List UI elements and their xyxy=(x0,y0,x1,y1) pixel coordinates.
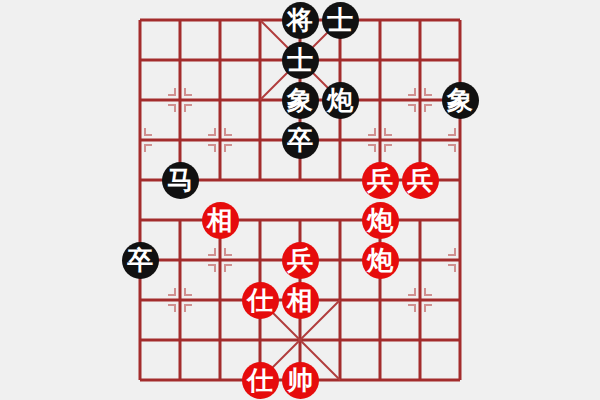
board-point[interactable]: 相 xyxy=(280,280,320,320)
board-point[interactable] xyxy=(400,40,440,80)
black-soldier[interactable]: 卒 xyxy=(122,242,159,279)
board-point[interactable]: 卒 xyxy=(280,120,320,160)
board-point[interactable] xyxy=(120,120,160,160)
board-point[interactable] xyxy=(200,240,240,280)
black-general[interactable]: 将 xyxy=(282,2,319,39)
red-general[interactable]: 帅 xyxy=(282,362,319,399)
board-point[interactable] xyxy=(400,360,440,400)
board-point[interactable]: 相 xyxy=(200,200,240,240)
board-point[interactable] xyxy=(160,40,200,80)
board-point[interactable]: 仕 xyxy=(240,280,280,320)
board-point[interactable] xyxy=(240,160,280,200)
red-advisor[interactable]: 仕 xyxy=(242,282,279,319)
board-point[interactable] xyxy=(240,320,280,360)
board-point[interactable] xyxy=(200,360,240,400)
board-point[interactable] xyxy=(360,280,400,320)
board-point[interactable] xyxy=(400,80,440,120)
board-point[interactable]: 士 xyxy=(280,40,320,80)
board-point[interactable] xyxy=(120,80,160,120)
board-point[interactable] xyxy=(240,200,280,240)
red-soldier[interactable]: 兵 xyxy=(402,162,439,199)
board-point[interactable] xyxy=(160,120,200,160)
board-point[interactable] xyxy=(240,80,280,120)
red-soldier[interactable]: 兵 xyxy=(362,162,399,199)
board-point[interactable] xyxy=(440,280,480,320)
board-point[interactable] xyxy=(120,200,160,240)
board-point[interactable] xyxy=(320,280,360,320)
board-point[interactable] xyxy=(440,120,480,160)
board-point[interactable] xyxy=(240,120,280,160)
board-point[interactable] xyxy=(440,240,480,280)
board-point[interactable] xyxy=(160,200,200,240)
board-point[interactable] xyxy=(360,80,400,120)
board-point[interactable]: 马 xyxy=(160,160,200,200)
board-point[interactable] xyxy=(400,280,440,320)
board-point[interactable] xyxy=(440,200,480,240)
board-point[interactable] xyxy=(400,320,440,360)
board-point[interactable] xyxy=(160,280,200,320)
xiangqi-app: 将士士象炮象卒马兵兵相炮卒兵炮仕相仕帅 xyxy=(0,0,600,400)
red-elephant[interactable]: 相 xyxy=(202,202,239,239)
board-point[interactable] xyxy=(280,200,320,240)
board-point[interactable] xyxy=(200,40,240,80)
red-soldier[interactable]: 兵 xyxy=(282,242,319,279)
board-point[interactable]: 炮 xyxy=(320,80,360,120)
board-point[interactable]: 帅 xyxy=(280,360,320,400)
board-point[interactable] xyxy=(320,360,360,400)
black-elephant[interactable]: 象 xyxy=(282,82,319,119)
board-point[interactable] xyxy=(440,0,480,40)
board-point[interactable] xyxy=(200,80,240,120)
board-point[interactable] xyxy=(160,240,200,280)
board-point[interactable] xyxy=(200,320,240,360)
board-point[interactable] xyxy=(120,0,160,40)
board-point[interactable] xyxy=(360,120,400,160)
red-elephant[interactable]: 相 xyxy=(282,282,319,319)
board-point[interactable] xyxy=(320,200,360,240)
board-point[interactable]: 炮 xyxy=(360,240,400,280)
black-advisor[interactable]: 士 xyxy=(322,2,359,39)
board-point[interactable] xyxy=(360,0,400,40)
black-horse[interactable]: 马 xyxy=(162,162,199,199)
board-point[interactable] xyxy=(400,240,440,280)
board-point[interactable] xyxy=(120,40,160,80)
board-point[interactable] xyxy=(400,200,440,240)
board-point[interactable]: 兵 xyxy=(360,160,400,200)
red-advisor[interactable]: 仕 xyxy=(242,362,279,399)
board-point[interactable]: 将 xyxy=(280,0,320,40)
board-point[interactable]: 士 xyxy=(320,0,360,40)
board-point[interactable] xyxy=(440,360,480,400)
board-point[interactable]: 兵 xyxy=(280,240,320,280)
board-point[interactable] xyxy=(160,80,200,120)
board-point[interactable] xyxy=(240,0,280,40)
board-point[interactable] xyxy=(200,280,240,320)
black-soldier[interactable]: 卒 xyxy=(282,122,319,159)
board-point[interactable] xyxy=(160,320,200,360)
board-point[interactable] xyxy=(400,0,440,40)
board-point[interactable]: 卒 xyxy=(120,240,160,280)
board-point[interactable] xyxy=(120,360,160,400)
board-point[interactable] xyxy=(160,0,200,40)
board-point[interactable] xyxy=(280,160,320,200)
black-advisor[interactable]: 士 xyxy=(282,42,319,79)
board-point[interactable]: 兵 xyxy=(400,160,440,200)
black-cannon[interactable]: 炮 xyxy=(322,82,359,119)
board-point[interactable] xyxy=(360,320,400,360)
board-point[interactable] xyxy=(120,280,160,320)
board-point[interactable]: 象 xyxy=(440,80,480,120)
board-point[interactable] xyxy=(120,160,160,200)
board-point[interactable] xyxy=(400,120,440,160)
board-point[interactable] xyxy=(200,120,240,160)
board-point[interactable] xyxy=(320,240,360,280)
black-elephant[interactable]: 象 xyxy=(442,82,479,119)
board-point[interactable] xyxy=(160,360,200,400)
board-point[interactable] xyxy=(440,160,480,200)
board-point[interactable]: 仕 xyxy=(240,360,280,400)
red-cannon[interactable]: 炮 xyxy=(362,202,399,239)
red-cannon[interactable]: 炮 xyxy=(362,242,399,279)
board-point[interactable] xyxy=(320,120,360,160)
board-point[interactable] xyxy=(360,40,400,80)
board-point[interactable] xyxy=(120,320,160,360)
board-point[interactable] xyxy=(440,40,480,80)
board-point[interactable] xyxy=(280,320,320,360)
board-point[interactable] xyxy=(320,40,360,80)
board-point[interactable]: 象 xyxy=(280,80,320,120)
board-point[interactable] xyxy=(200,160,240,200)
board-point[interactable] xyxy=(200,0,240,40)
board-point[interactable] xyxy=(440,320,480,360)
board-point[interactable] xyxy=(240,240,280,280)
board-point[interactable] xyxy=(320,160,360,200)
board-point[interactable] xyxy=(240,40,280,80)
board-point[interactable]: 炮 xyxy=(360,200,400,240)
board-point[interactable] xyxy=(360,360,400,400)
board-point[interactable] xyxy=(320,320,360,360)
xiangqi-board[interactable]: 将士士象炮象卒马兵兵相炮卒兵炮仕相仕帅 xyxy=(120,0,480,400)
